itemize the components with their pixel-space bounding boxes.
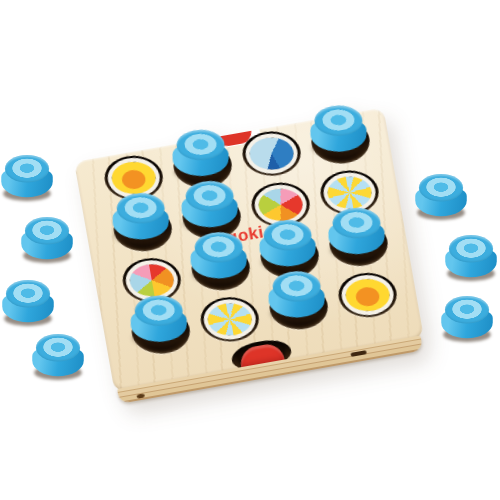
cap-top-face [445, 296, 489, 324]
memory-tile-pinwheel [204, 299, 256, 339]
cap-top-face [6, 280, 50, 308]
cap-top-face [177, 130, 225, 160]
memory-cap[interactable] [310, 106, 366, 154]
memory-cap[interactable] [32, 334, 84, 378]
memory-cap[interactable] [441, 296, 493, 340]
memory-cap[interactable] [21, 217, 73, 261]
cap-top-face [333, 208, 381, 238]
wood-knot [136, 393, 145, 398]
cap-top-face [5, 155, 49, 183]
tile-recess [243, 132, 301, 176]
cap-top-face [25, 217, 69, 245]
cap-top-face [186, 181, 234, 211]
memory-cap[interactable] [182, 181, 238, 229]
cap-top-face [36, 334, 80, 362]
cap-top-face [449, 235, 493, 263]
memory-cap[interactable] [1, 155, 53, 199]
memory-tile-egg [108, 158, 160, 198]
tile-recess [339, 273, 397, 317]
memory-cap[interactable] [445, 235, 497, 279]
memory-tile-egg [342, 275, 394, 315]
tile-recess [201, 297, 259, 341]
memory-cap[interactable] [329, 208, 385, 256]
cap-top-face [135, 296, 183, 326]
memory-tile-color-wheel [255, 185, 307, 225]
cap-top-face [314, 106, 362, 136]
memory-tile-pinwheel [324, 173, 376, 213]
cap-top-face [419, 174, 463, 202]
memory-cap[interactable] [173, 130, 229, 178]
game-board: goki [74, 108, 424, 393]
memory-cap[interactable] [260, 220, 316, 268]
product-photo-stage: goki [0, 0, 500, 500]
memory-cap[interactable] [113, 193, 169, 241]
cap-top-face [264, 220, 312, 250]
memory-cap[interactable] [415, 174, 467, 218]
cap-top-face [117, 193, 165, 223]
cap-top-face [273, 271, 321, 301]
memory-tile-color-wheel-b [126, 260, 178, 300]
memory-cap[interactable] [2, 280, 54, 324]
cap-top-face [195, 232, 243, 262]
memory-cap[interactable] [269, 271, 325, 319]
plywood-seam-slot [350, 350, 366, 357]
memory-cap[interactable] [131, 296, 187, 344]
memory-tile-blue-pie [246, 134, 298, 174]
memory-cap[interactable] [191, 232, 247, 280]
